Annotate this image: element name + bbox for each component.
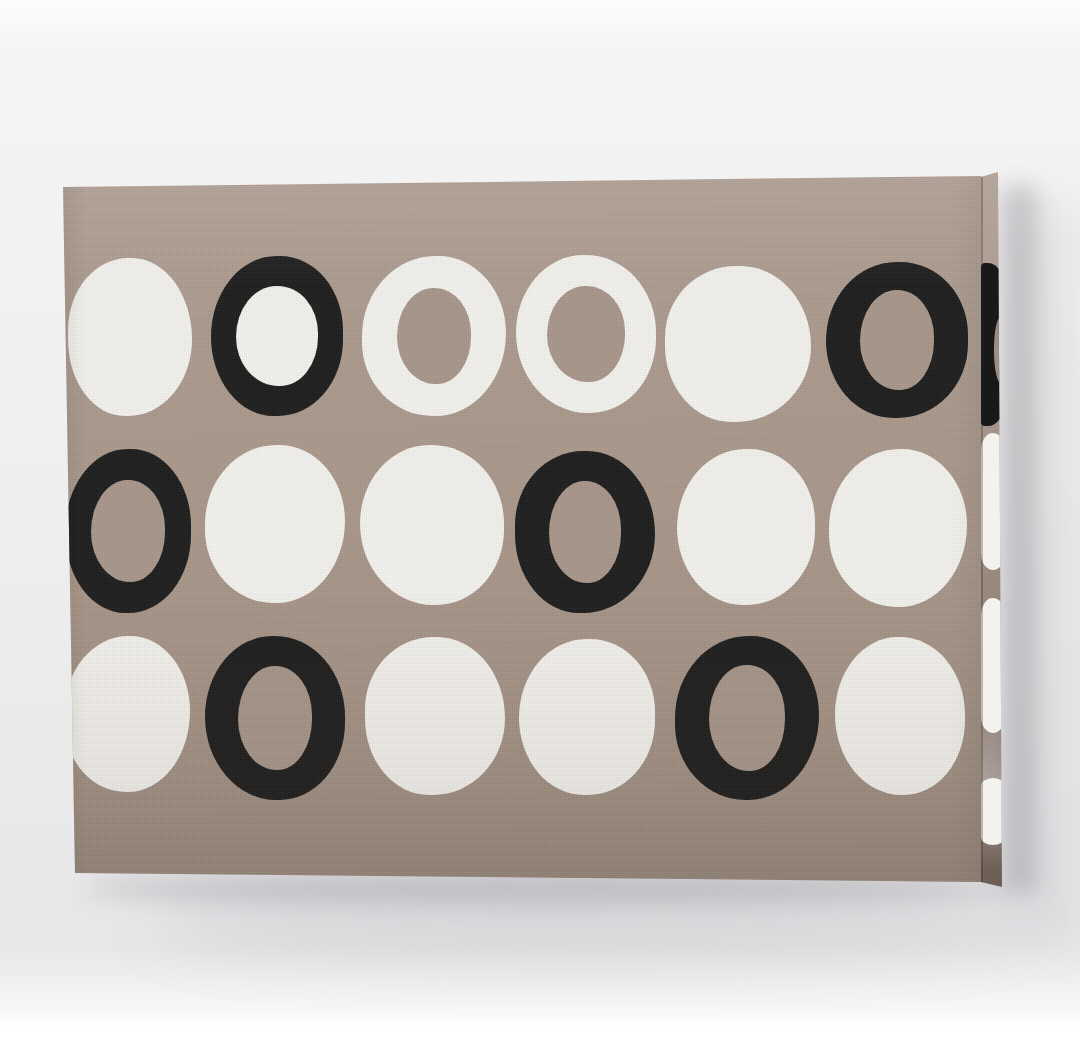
- cell-r3c5-ring-black: [675, 636, 819, 800]
- cell-r1c3-ring-white: [362, 256, 506, 416]
- cell-r1c2-ring-black-white: [211, 256, 343, 416]
- cell-r2c1-hole: [91, 480, 165, 582]
- cell-r1c1-disc-white: [68, 258, 192, 416]
- cell-r1c5-disc-white: [665, 266, 811, 422]
- cell-r2c5-disc-white: [677, 449, 815, 605]
- cell-r3c4-disc-white: [519, 639, 655, 795]
- cell-r2c2-disc-white: [205, 445, 345, 603]
- cell-r2c1-ring-black: [65, 449, 191, 613]
- cell-r1c6-hole: [860, 290, 934, 390]
- cell-r3c2-ring-black: [205, 636, 345, 800]
- cell-r3c5-hole: [709, 665, 785, 771]
- pattern-layer: [63, 176, 983, 883]
- cell-r2c3-disc-white: [360, 445, 504, 605]
- cell-r2c4-hole: [549, 481, 621, 583]
- cell-r1c6-ring-black: [826, 262, 968, 418]
- side-band-4-white: [981, 778, 1005, 845]
- cell-r2c4-ring-black: [515, 451, 655, 613]
- cell-r3c6-disc-white: [835, 637, 965, 795]
- scene-canvas-art-photo: { "scene": { "description": "Overhead pr…: [0, 0, 1080, 1064]
- cell-r3c3-disc-white: [365, 637, 505, 795]
- cell-r3c1-disc-white: [64, 636, 190, 792]
- cell-r1c4-ring-white: [516, 255, 656, 413]
- cell-r1c2-hole: [236, 286, 318, 386]
- cell-r2c6-disc-white: [829, 449, 967, 607]
- canvas-fold-edge: [981, 174, 983, 884]
- canvas-front-face: Overhead product photo of a rectangular …: [63, 176, 983, 883]
- cell-r3c2-hole: [238, 666, 312, 770]
- cell-r1c4-hole: [547, 286, 625, 382]
- cell-r1c3-hole: [397, 288, 471, 384]
